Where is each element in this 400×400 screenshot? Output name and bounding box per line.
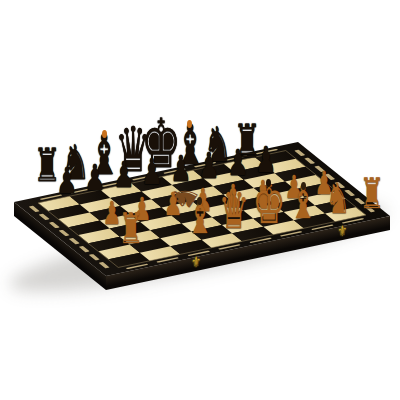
piece-light-rook-a1: ♜: [119, 208, 144, 250]
piece-black-pawn-c7: ♟: [113, 157, 134, 193]
inlay-dash: [79, 246, 90, 252]
brass-clasp-icon: ⚜: [191, 252, 201, 272]
inlay-dash: [89, 254, 100, 260]
inlay-dash: [29, 206, 40, 212]
inlay-dash: [49, 222, 60, 228]
inlay-dash: [304, 158, 315, 164]
piece-light-pawn-c2: ♟: [163, 189, 182, 221]
piece-light-queen-d1: ♛: [219, 184, 250, 236]
piece-light-knight-g1: ♞: [325, 178, 350, 220]
brass-clasp-icon: ⚜: [337, 221, 347, 241]
bishop-finial-tip: [301, 182, 306, 190]
inlay-dash: [69, 238, 80, 244]
inlay-dash: [59, 230, 70, 236]
piece-black-pawn-f7: ♟: [198, 148, 219, 184]
piece-black-pawn-b7: ♟: [85, 160, 106, 196]
inlay-dash: [294, 150, 305, 156]
piece-black-pawn-d7: ♟: [142, 154, 163, 190]
inlay-dash: [99, 262, 110, 268]
piece-light-rook-h1: ♜: [360, 173, 385, 215]
inlay-dash: [39, 214, 50, 220]
bishop-finial-tip: [102, 130, 107, 138]
piece-black-pawn-a7: ♟: [56, 163, 77, 199]
chess-set-photo: ⚜ ⚜ ♜♞♝♛♚♝♞♜♟♟♟♟♟♟♟♟♟♟♟♟♟♟♟♟♜♝♛♚♝♞♜♞: [0, 0, 400, 400]
piece-black-pawn-g7: ♟: [227, 145, 248, 181]
